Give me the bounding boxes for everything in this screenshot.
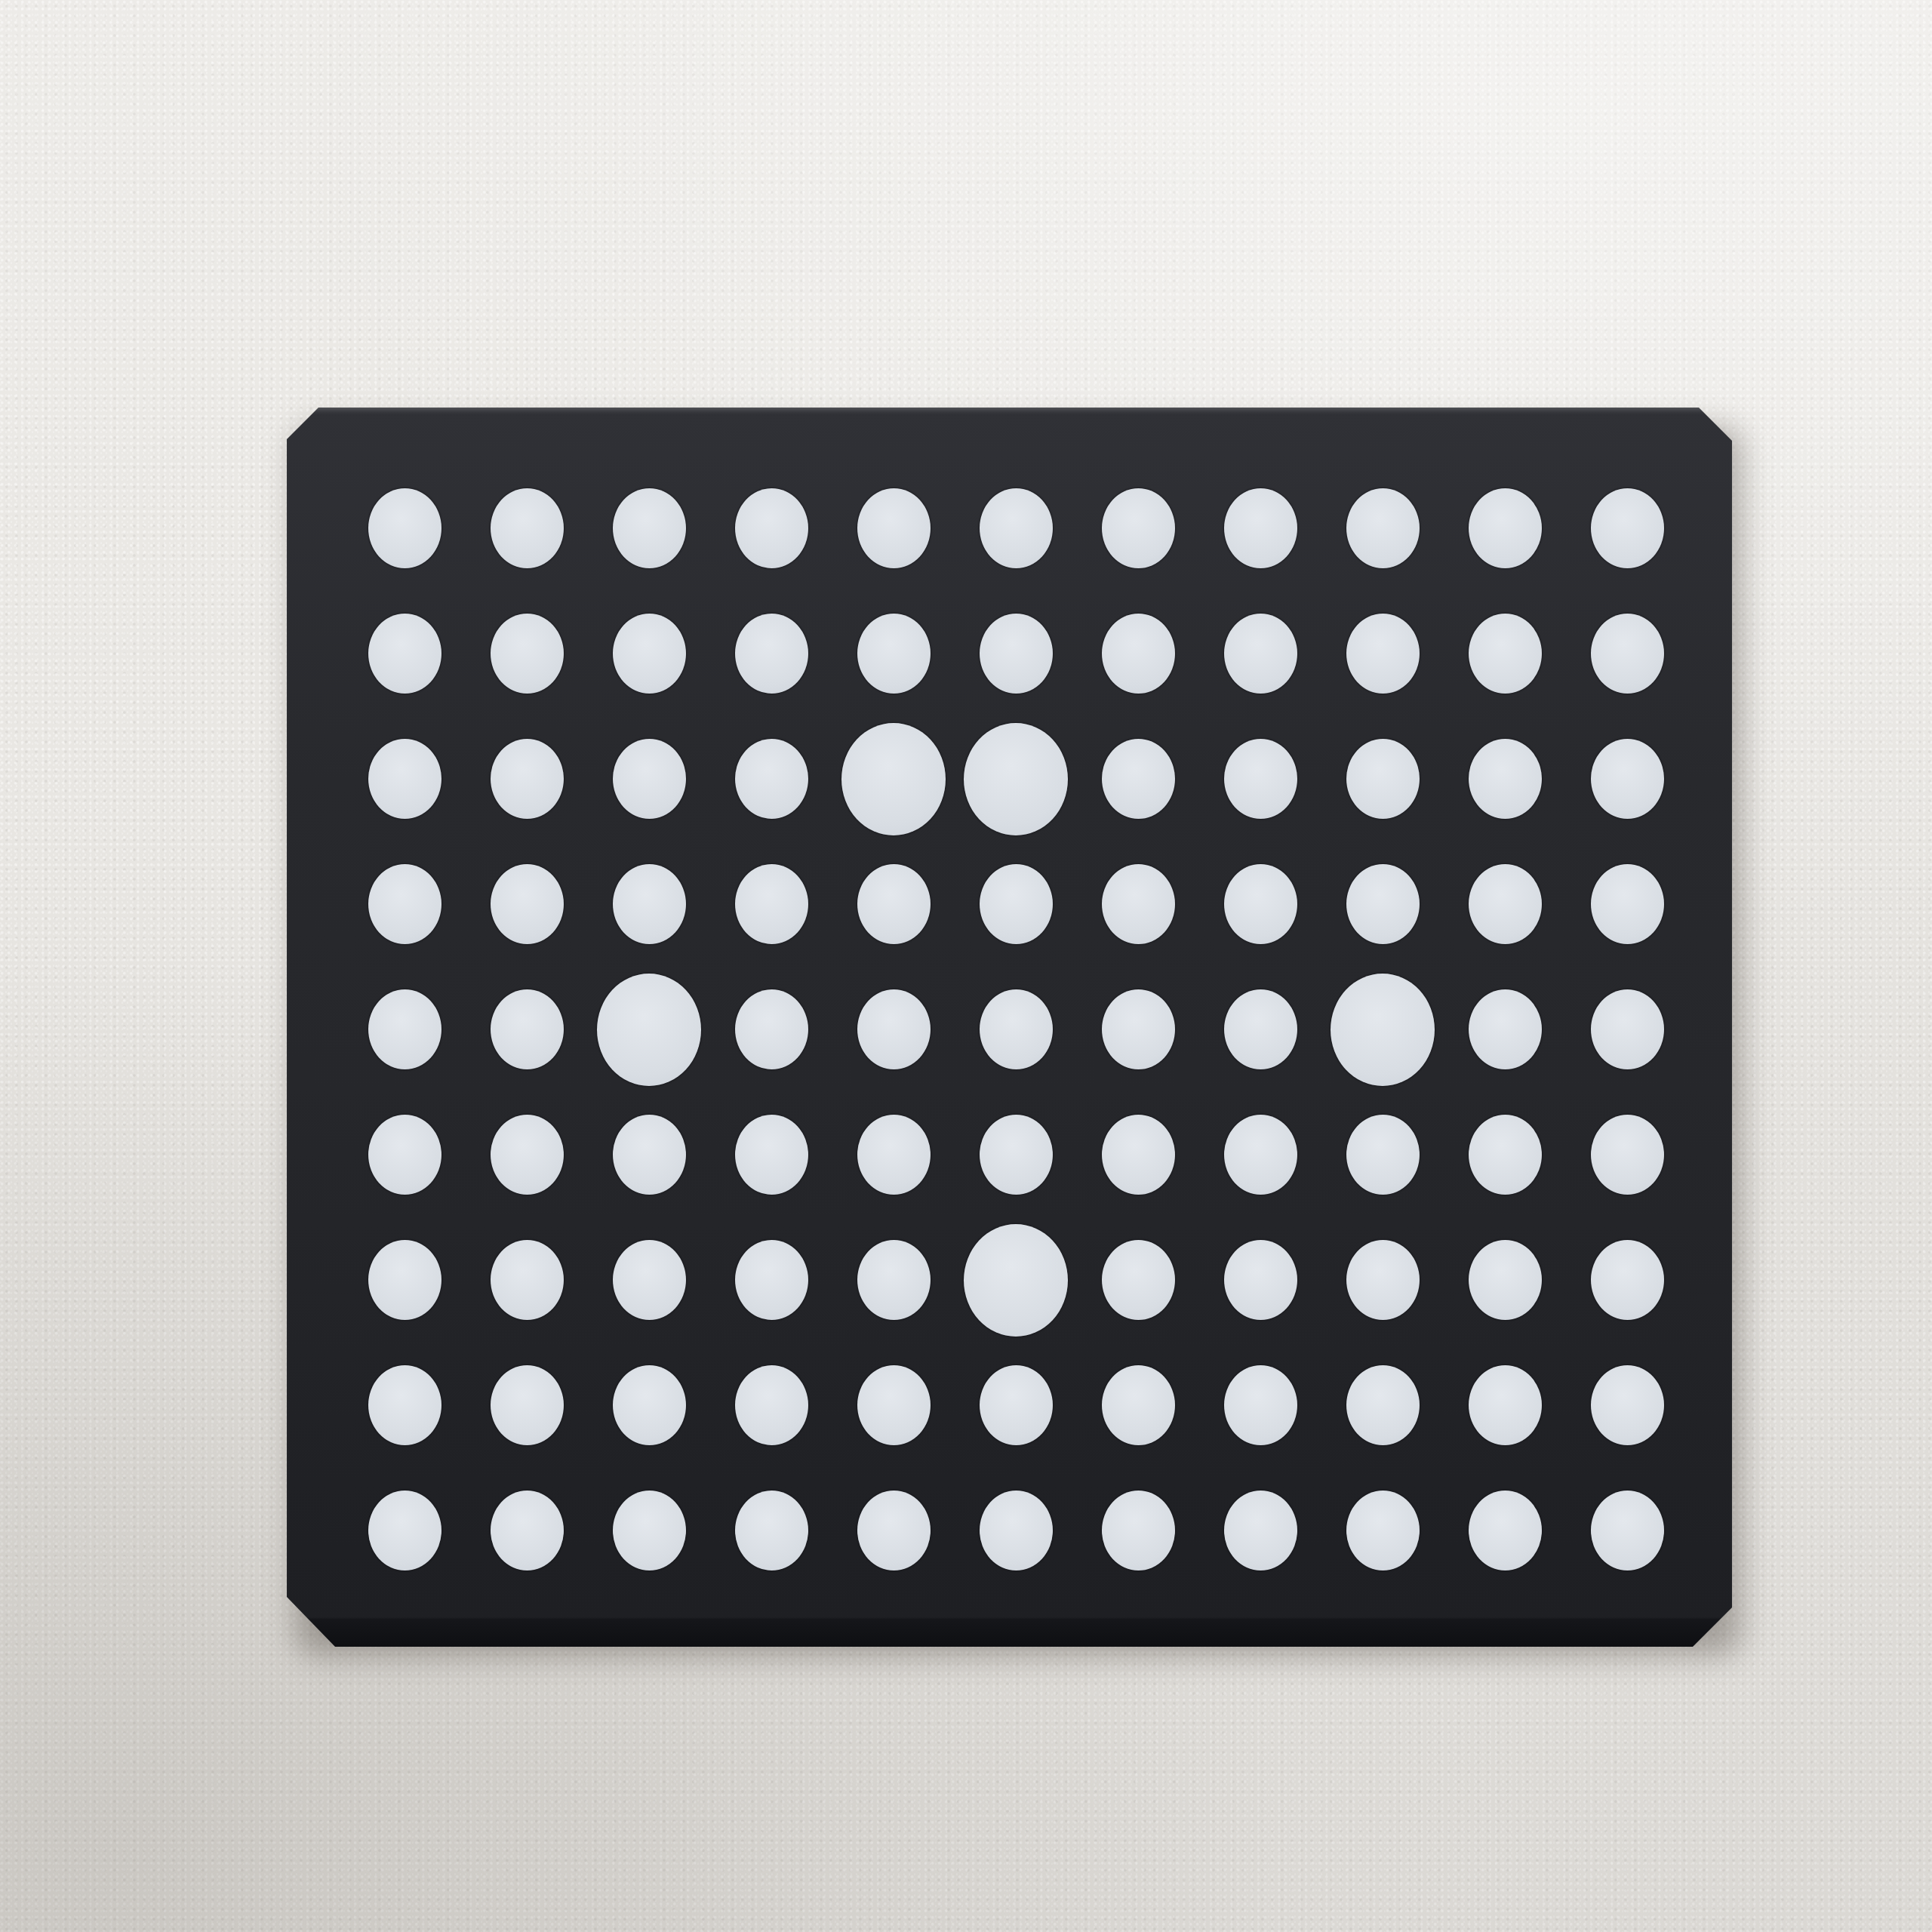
large-dot [964, 1224, 1068, 1337]
regular-dot [613, 488, 686, 568]
regular-dot [613, 864, 686, 944]
cell-r7c3[interactable] [588, 1217, 710, 1343]
regular-dot [1469, 1491, 1542, 1571]
regular-dot [857, 1365, 931, 1445]
regular-dot [368, 614, 441, 694]
cell-r8c11[interactable] [1566, 1343, 1688, 1468]
cell-r7c4[interactable] [710, 1217, 832, 1343]
cell-r7c11[interactable] [1566, 1217, 1688, 1343]
cell-r6c3[interactable] [588, 1092, 710, 1217]
regular-dot [857, 1240, 931, 1320]
cell-r9c2[interactable] [466, 1468, 588, 1593]
cell-r1c11[interactable] [1566, 466, 1688, 591]
cell-r3c4[interactable] [710, 716, 832, 841]
cell-r9c3[interactable] [588, 1468, 710, 1593]
cell-r1c8[interactable] [1199, 466, 1321, 591]
cell-r2c9[interactable] [1321, 591, 1444, 716]
regular-dot [1224, 1240, 1297, 1320]
regular-dot [1102, 1491, 1175, 1571]
cell-r7c10[interactable] [1444, 1217, 1566, 1343]
regular-dot [980, 989, 1053, 1069]
regular-dot [735, 864, 808, 944]
regular-dot [491, 614, 564, 694]
cell-r2c10[interactable] [1444, 591, 1566, 716]
cell-r2c2[interactable] [466, 591, 588, 716]
cell-r3c3[interactable] [588, 716, 710, 841]
regular-dot [1102, 488, 1175, 568]
cell-r2c5[interactable] [832, 591, 955, 716]
regular-dot [980, 864, 1053, 944]
cell-r4c11[interactable] [1566, 841, 1688, 967]
cell-r3c2[interactable] [466, 716, 588, 841]
regular-dot [491, 739, 564, 819]
cell-r8c7[interactable] [1077, 1343, 1199, 1468]
regular-dot [1591, 614, 1664, 694]
regular-dot [368, 1115, 441, 1195]
regular-dot [613, 1365, 686, 1445]
cell-r6c2[interactable] [466, 1092, 588, 1217]
cell-r7c6[interactable] [955, 1217, 1077, 1343]
regular-dot [1469, 989, 1542, 1069]
cell-r2c6[interactable] [955, 591, 1077, 716]
regular-dot [1346, 614, 1420, 694]
regular-dot [1224, 614, 1297, 694]
cell-r3c8[interactable] [1199, 716, 1321, 841]
cell-r6c1[interactable] [343, 1092, 466, 1217]
regular-dot [1224, 739, 1297, 819]
cell-r6c9[interactable] [1321, 1092, 1444, 1217]
cell-r9c4[interactable] [710, 1468, 832, 1593]
regular-dot [735, 614, 808, 694]
regular-dot [1346, 1240, 1420, 1320]
regular-dot [491, 1115, 564, 1195]
cell-r4c9[interactable] [1321, 841, 1444, 967]
regular-dot [1591, 1240, 1664, 1320]
cell-r8c9[interactable] [1321, 1343, 1444, 1468]
cell-r2c4[interactable] [710, 591, 832, 716]
regular-dot [735, 1365, 808, 1445]
cell-r1c7[interactable] [1077, 466, 1199, 591]
regular-dot [980, 1115, 1053, 1195]
cell-r9c5[interactable] [832, 1468, 955, 1593]
cell-r9c10[interactable] [1444, 1468, 1566, 1593]
regular-dot [1346, 1491, 1420, 1571]
regular-dot [1102, 614, 1175, 694]
cell-r9c7[interactable] [1077, 1468, 1199, 1593]
regular-dot [1224, 989, 1297, 1069]
regular-dot [491, 1240, 564, 1320]
regular-dot [368, 1491, 441, 1571]
cell-r1c9[interactable] [1321, 466, 1444, 591]
regular-dot [1224, 1115, 1297, 1195]
dot-board-panel [287, 408, 1732, 1647]
large-dot [841, 723, 946, 835]
regular-dot [1102, 864, 1175, 944]
cell-r8c3[interactable] [588, 1343, 710, 1468]
regular-dot [1469, 1115, 1542, 1195]
cell-r9c11[interactable] [1566, 1468, 1688, 1593]
regular-dot [1224, 864, 1297, 944]
regular-dot [735, 488, 808, 568]
cell-r4c3[interactable] [588, 841, 710, 967]
regular-dot [1346, 1365, 1420, 1445]
regular-dot [1469, 739, 1542, 819]
cell-r2c3[interactable] [588, 591, 710, 716]
cell-r1c2[interactable] [466, 466, 588, 591]
cell-r4c6[interactable] [955, 841, 1077, 967]
cell-r5c8[interactable] [1199, 967, 1321, 1092]
regular-dot [1591, 1365, 1664, 1445]
cell-r9c9[interactable] [1321, 1468, 1444, 1593]
cell-r7c9[interactable] [1321, 1217, 1444, 1343]
cell-r5c4[interactable] [710, 967, 832, 1092]
cell-r1c5[interactable] [832, 466, 955, 591]
regular-dot [613, 1491, 686, 1571]
regular-dot [1224, 1365, 1297, 1445]
regular-dot [1346, 864, 1420, 944]
cell-r2c8[interactable] [1199, 591, 1321, 716]
regular-dot [735, 739, 808, 819]
cell-r3c11[interactable] [1566, 716, 1688, 841]
cell-r2c7[interactable] [1077, 591, 1199, 716]
regular-dot [735, 989, 808, 1069]
cell-r4c10[interactable] [1444, 841, 1566, 967]
regular-dot [368, 1365, 441, 1445]
cell-r1c3[interactable] [588, 466, 710, 591]
cell-r4c8[interactable] [1199, 841, 1321, 967]
regular-dot [1102, 1365, 1175, 1445]
regular-dot [1469, 614, 1542, 694]
regular-dot [1591, 1491, 1664, 1571]
regular-dot [857, 1491, 931, 1571]
regular-dot [1469, 864, 1542, 944]
cell-r5c1[interactable] [343, 967, 466, 1092]
cell-r6c10[interactable] [1444, 1092, 1566, 1217]
regular-dot [613, 1240, 686, 1320]
cell-r8c6[interactable] [955, 1343, 1077, 1468]
regular-dot [1346, 1115, 1420, 1195]
regular-dot [1346, 488, 1420, 568]
cell-r3c1[interactable] [343, 716, 466, 841]
regular-dot [735, 1491, 808, 1571]
cell-r6c5[interactable] [832, 1092, 955, 1217]
regular-dot [735, 1240, 808, 1320]
cell-r5c7[interactable] [1077, 967, 1199, 1092]
regular-dot [491, 1491, 564, 1571]
cell-r9c8[interactable] [1199, 1468, 1321, 1593]
cell-r4c7[interactable] [1077, 841, 1199, 967]
cell-r3c10[interactable] [1444, 716, 1566, 841]
cell-r7c1[interactable] [343, 1217, 466, 1343]
cell-r1c10[interactable] [1444, 466, 1566, 591]
cell-r8c2[interactable] [466, 1343, 588, 1468]
regular-dot [613, 739, 686, 819]
cell-r9c6[interactable] [955, 1468, 1077, 1593]
regular-dot [491, 864, 564, 944]
regular-dot [857, 488, 931, 568]
regular-dot [1469, 1365, 1542, 1445]
cell-r8c5[interactable] [832, 1343, 955, 1468]
cell-r7c8[interactable] [1199, 1217, 1321, 1343]
regular-dot [1591, 1115, 1664, 1195]
regular-dot [368, 739, 441, 819]
cell-r3c5[interactable] [832, 716, 955, 841]
regular-dot [368, 864, 441, 944]
cell-r6c4[interactable] [710, 1092, 832, 1217]
regular-dot [491, 1365, 564, 1445]
cell-r3c7[interactable] [1077, 716, 1199, 841]
cell-r7c2[interactable] [466, 1217, 588, 1343]
regular-dot [980, 614, 1053, 694]
regular-dot [1591, 739, 1664, 819]
regular-dot [857, 1115, 931, 1195]
regular-dot [1469, 488, 1542, 568]
regular-dot [857, 989, 931, 1069]
regular-dot [613, 614, 686, 694]
cell-r5c6[interactable] [955, 967, 1077, 1092]
cell-r4c2[interactable] [466, 841, 588, 967]
regular-dot [613, 1115, 686, 1195]
cell-r6c11[interactable] [1566, 1092, 1688, 1217]
cell-r5c5[interactable] [832, 967, 955, 1092]
regular-dot [1102, 1115, 1175, 1195]
cell-r4c1[interactable] [343, 841, 466, 967]
cell-r1c1[interactable] [343, 466, 466, 591]
regular-dot [1102, 739, 1175, 819]
regular-dot [1224, 1491, 1297, 1571]
cell-r6c8[interactable] [1199, 1092, 1321, 1217]
cell-r4c4[interactable] [710, 841, 832, 967]
regular-dot [1102, 989, 1175, 1069]
cell-r7c7[interactable] [1077, 1217, 1199, 1343]
regular-dot [980, 1491, 1053, 1571]
cell-r5c10[interactable] [1444, 967, 1566, 1092]
regular-dot [1591, 488, 1664, 568]
cell-r1c6[interactable] [955, 466, 1077, 591]
cell-r5c11[interactable] [1566, 967, 1688, 1092]
cell-r8c1[interactable] [343, 1343, 466, 1468]
regular-dot [980, 1365, 1053, 1445]
cell-r9c1[interactable] [343, 1468, 466, 1593]
cell-r5c3[interactable] [588, 967, 710, 1092]
cell-r2c11[interactable] [1566, 591, 1688, 716]
regular-dot [1591, 864, 1664, 944]
dot-grid [343, 466, 1688, 1593]
cell-r3c6[interactable] [955, 716, 1077, 841]
regular-dot [857, 614, 931, 694]
regular-dot [368, 488, 441, 568]
regular-dot [980, 488, 1053, 568]
regular-dot [1224, 488, 1297, 568]
cell-r8c4[interactable] [710, 1343, 832, 1468]
cell-r5c2[interactable] [466, 967, 588, 1092]
cell-r6c6[interactable] [955, 1092, 1077, 1217]
large-dot [597, 974, 701, 1086]
cell-r6c7[interactable] [1077, 1092, 1199, 1217]
regular-dot [857, 864, 931, 944]
regular-dot [735, 1115, 808, 1195]
cell-r2c1[interactable] [343, 591, 466, 716]
cell-r8c10[interactable] [1444, 1343, 1566, 1468]
large-dot [964, 723, 1068, 835]
cell-r5c9[interactable] [1321, 967, 1444, 1092]
regular-dot [1346, 739, 1420, 819]
cell-r8c8[interactable] [1199, 1343, 1321, 1468]
regular-dot [1591, 989, 1664, 1069]
regular-dot [368, 989, 441, 1069]
regular-dot [368, 1240, 441, 1320]
cell-r4c5[interactable] [832, 841, 955, 967]
cell-r3c9[interactable] [1321, 716, 1444, 841]
cell-r7c5[interactable] [832, 1217, 955, 1343]
regular-dot [1102, 1240, 1175, 1320]
regular-dot [1469, 1240, 1542, 1320]
regular-dot [491, 989, 564, 1069]
large-dot [1331, 974, 1435, 1086]
cell-r1c4[interactable] [710, 466, 832, 591]
regular-dot [491, 488, 564, 568]
